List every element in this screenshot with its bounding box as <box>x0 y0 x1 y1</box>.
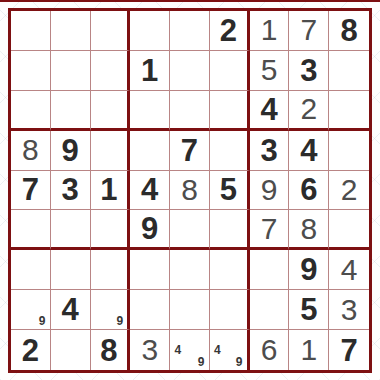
cell-r4c2[interactable]: 9 <box>51 131 91 171</box>
cell-r6c2[interactable] <box>51 210 91 250</box>
given-digit: 8 <box>100 335 117 366</box>
pencil-mark: 9 <box>114 315 125 327</box>
cell-r4c1[interactable]: 8 <box>11 131 51 171</box>
solved-digit: 8 <box>300 214 317 244</box>
cell-r3c2[interactable] <box>51 91 91 131</box>
cell-r8c7[interactable] <box>250 290 290 330</box>
pencil-mark: 9 <box>195 356 207 368</box>
given-digit: 3 <box>62 174 79 205</box>
cell-r4c8[interactable]: 4 <box>289 131 329 171</box>
cell-r5c5[interactable]: 8 <box>170 171 210 211</box>
given-digit: 7 <box>340 335 357 366</box>
cell-r3c9[interactable] <box>329 91 369 131</box>
cell-r1c8[interactable]: 7 <box>289 11 329 51</box>
cell-r4c5[interactable]: 7 <box>170 131 210 171</box>
cell-r6c6[interactable] <box>210 210 250 250</box>
cell-r7c8[interactable]: 9 <box>289 250 329 290</box>
solved-digit: 3 <box>141 335 158 365</box>
cell-r3c3[interactable] <box>91 91 131 131</box>
cell-r6c1[interactable] <box>11 210 51 250</box>
pencil-mark: 9 <box>36 315 48 327</box>
sudoku-board: 2178153428973473148596297894949532834949… <box>8 8 372 373</box>
cell-r5c1[interactable]: 7 <box>11 171 51 211</box>
solved-digit: 9 <box>261 175 278 205</box>
given-digit: 5 <box>300 294 317 325</box>
cell-r8c3[interactable]: 9 <box>91 290 131 330</box>
cell-r2c7[interactable]: 5 <box>250 51 290 91</box>
cell-r2c6[interactable] <box>210 51 250 91</box>
cell-r9c4[interactable]: 3 <box>130 330 170 370</box>
cell-r9c2[interactable] <box>51 330 91 370</box>
given-digit: 2 <box>22 335 39 366</box>
solved-digit: 7 <box>261 214 278 244</box>
cell-r3c7[interactable]: 4 <box>250 91 290 131</box>
given-digit: 4 <box>141 174 158 205</box>
given-digit: 4 <box>300 135 317 166</box>
cell-r8c1[interactable]: 9 <box>11 290 51 330</box>
pencil-mark: 9 <box>234 356 245 368</box>
cell-r9c8[interactable]: 1 <box>289 330 329 370</box>
cell-r5c4[interactable]: 4 <box>130 171 170 211</box>
cell-r8c2[interactable]: 4 <box>51 290 91 330</box>
solved-digit: 3 <box>341 295 358 325</box>
top-divider-line <box>0 0 380 2</box>
cell-r5c7[interactable]: 9 <box>250 171 290 211</box>
cell-r2c4[interactable]: 1 <box>130 51 170 91</box>
solved-digit: 8 <box>181 175 198 205</box>
cell-r2c1[interactable] <box>11 51 51 91</box>
cell-r2c5[interactable] <box>170 51 210 91</box>
solved-digit: 5 <box>261 55 278 85</box>
cell-r1c9[interactable]: 8 <box>329 11 369 51</box>
cell-r9c9[interactable]: 7 <box>329 330 369 370</box>
given-digit: 3 <box>300 55 317 86</box>
cell-r7c4[interactable] <box>130 250 170 290</box>
given-digit: 2 <box>220 15 237 46</box>
given-digit: 7 <box>22 174 39 205</box>
cell-r4c6[interactable] <box>210 131 250 171</box>
cell-r2c8[interactable]: 3 <box>289 51 329 91</box>
cell-r5c6[interactable]: 5 <box>210 171 250 211</box>
given-digit: 5 <box>220 174 237 205</box>
cell-r6c5[interactable] <box>170 210 210 250</box>
cell-r1c3[interactable] <box>91 11 131 51</box>
given-digit: 4 <box>260 94 277 125</box>
cell-r5c9[interactable]: 2 <box>329 171 369 211</box>
cell-r2c3[interactable] <box>91 51 131 91</box>
cell-r9c6[interactable]: 49 <box>210 330 250 370</box>
cell-r6c7[interactable]: 7 <box>250 210 290 250</box>
cell-r7c5[interactable] <box>170 250 210 290</box>
cell-r1c4[interactable] <box>130 11 170 51</box>
solved-digit: 6 <box>261 335 278 365</box>
cell-r4c3[interactable] <box>91 131 131 171</box>
given-digit: 6 <box>300 174 317 205</box>
solved-digit: 8 <box>22 135 39 165</box>
cell-r9c5[interactable]: 49 <box>170 330 210 370</box>
solved-digit: 1 <box>300 335 317 365</box>
cell-r7c1[interactable] <box>11 250 51 290</box>
cell-r4c4[interactable] <box>130 131 170 171</box>
cell-r5c3[interactable]: 1 <box>91 171 131 211</box>
given-digit: 3 <box>260 135 277 166</box>
cell-r6c3[interactable] <box>91 210 131 250</box>
cell-r4c9[interactable] <box>329 131 369 171</box>
cell-r1c7[interactable]: 1 <box>250 11 290 51</box>
cell-r1c2[interactable] <box>51 11 91 51</box>
pencil-mark: 4 <box>212 344 223 356</box>
cell-r2c2[interactable] <box>51 51 91 91</box>
cell-r9c3[interactable]: 8 <box>91 330 131 370</box>
given-digit: 8 <box>340 15 357 46</box>
cell-r1c6[interactable]: 2 <box>210 11 250 51</box>
pencil-marks: 9 <box>13 292 48 327</box>
cell-r6c4[interactable]: 9 <box>130 210 170 250</box>
cell-r6c8[interactable]: 8 <box>289 210 329 250</box>
cell-r8c6[interactable] <box>210 290 250 330</box>
pencil-marks: 9 <box>93 292 126 327</box>
cell-r8c9[interactable]: 3 <box>329 290 369 330</box>
cell-r6c9[interactable] <box>329 210 369 250</box>
given-digit: 4 <box>62 294 79 325</box>
cell-r9c7[interactable]: 6 <box>250 330 290 370</box>
cell-r2c9[interactable] <box>329 51 369 91</box>
given-digit: 9 <box>62 135 79 166</box>
solved-digit: 1 <box>261 15 278 45</box>
page-background: 2178153428973473148596297894949532834949… <box>0 0 380 380</box>
cell-r3c5[interactable] <box>170 91 210 131</box>
solved-digit: 2 <box>341 175 358 205</box>
given-digit: 7 <box>181 135 198 166</box>
cell-r3c6[interactable] <box>210 91 250 131</box>
cell-r3c1[interactable] <box>11 91 51 131</box>
cell-r4c7[interactable]: 3 <box>250 131 290 171</box>
cell-r9c1[interactable]: 2 <box>11 330 51 370</box>
cell-r1c1[interactable] <box>11 11 51 51</box>
cell-r5c8[interactable]: 6 <box>289 171 329 211</box>
cell-r3c8[interactable]: 2 <box>289 91 329 131</box>
cell-r7c7[interactable] <box>250 250 290 290</box>
cell-r8c8[interactable]: 5 <box>289 290 329 330</box>
cell-r7c3[interactable] <box>91 250 131 290</box>
pencil-marks: 49 <box>212 332 245 368</box>
given-digit: 1 <box>100 174 117 205</box>
cell-r5c2[interactable]: 3 <box>51 171 91 211</box>
cell-r7c9[interactable]: 4 <box>329 250 369 290</box>
given-digit: 9 <box>300 254 317 285</box>
pencil-marks: 49 <box>172 332 207 368</box>
given-digit: 1 <box>141 55 158 86</box>
cell-r7c6[interactable] <box>210 250 250 290</box>
cell-r8c5[interactable] <box>170 290 210 330</box>
solved-digit: 2 <box>300 94 317 124</box>
pencil-mark: 4 <box>172 344 184 356</box>
cell-r7c2[interactable] <box>51 250 91 290</box>
given-digit: 9 <box>141 213 158 244</box>
solved-digit: 4 <box>341 255 358 285</box>
cell-r1c5[interactable] <box>170 11 210 51</box>
cell-r3c4[interactable] <box>130 91 170 131</box>
solved-digit: 7 <box>300 15 317 45</box>
cell-r8c4[interactable] <box>130 290 170 330</box>
